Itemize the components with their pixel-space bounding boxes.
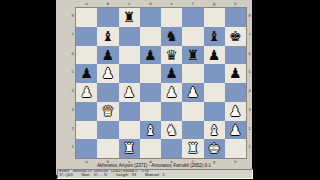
white-pawn[interactable]: ♟ — [182, 83, 203, 102]
square-c1[interactable]: ♜ — [119, 139, 140, 158]
square-a2[interactable] — [76, 121, 97, 140]
white-pawn[interactable]: ♟ — [76, 83, 97, 102]
square-g8[interactable] — [204, 8, 225, 27]
black-king[interactable]: ♚ — [225, 27, 246, 46]
white-pawn[interactable]: ♟ — [225, 102, 246, 121]
white-pawn[interactable]: ♟ — [225, 121, 246, 140]
square-d5[interactable] — [140, 64, 161, 83]
black-player-rating: (2652) — [190, 163, 203, 168]
rank-label-3: 3 — [247, 101, 252, 120]
square-f2[interactable] — [182, 121, 203, 140]
square-c2[interactable] — [119, 121, 140, 140]
players-separator: - — [149, 163, 151, 168]
rank-label-6: 6 — [247, 45, 252, 64]
black-queen[interactable]: ♛ — [161, 46, 182, 65]
black-rook[interactable]: ♜ — [119, 8, 140, 27]
black-knight[interactable]: ♞ — [161, 27, 182, 46]
rank-label-8: 8 — [247, 7, 252, 26]
material-label: Material: — [145, 174, 160, 178]
white-player-rating: (2371) — [134, 163, 147, 168]
video-frame: abcdefgh 87654321 ♜♝♞♝♚♟♟♛♜♟♟♟♟♟♟♟♟♟♛♟♝♞… — [0, 0, 320, 180]
square-e8[interactable] — [161, 8, 182, 27]
square-d4[interactable] — [140, 83, 161, 102]
letterbox-right — [252, 0, 320, 180]
white-pawn[interactable]: ♟ — [97, 64, 118, 83]
black-pawn[interactable]: ♟ — [97, 46, 118, 65]
square-e5[interactable]: ♟ — [161, 64, 182, 83]
square-b3[interactable]: ♛ — [97, 102, 118, 121]
square-c6[interactable] — [119, 46, 140, 65]
square-f3[interactable] — [182, 102, 203, 121]
square-e1[interactable] — [161, 139, 182, 158]
square-e6[interactable]: ♛ — [161, 46, 182, 65]
square-g6[interactable]: ♟ — [204, 46, 225, 65]
rank-label-5: 5 — [247, 63, 252, 82]
square-g1[interactable]: ♚ — [204, 139, 225, 158]
square-e7[interactable]: ♞ — [161, 27, 182, 46]
square-g4[interactable] — [204, 83, 225, 102]
black-player-name: Amonatov, Farrukh — [151, 163, 189, 168]
white-bishop[interactable]: ♝ — [204, 121, 225, 140]
square-g5[interactable] — [204, 64, 225, 83]
square-g2[interactable]: ♝ — [204, 121, 225, 140]
black-bishop[interactable]: ♝ — [204, 27, 225, 46]
square-a6[interactable] — [76, 46, 97, 65]
black-pawn[interactable]: ♟ — [225, 64, 246, 83]
white-bishop[interactable]: ♝ — [140, 121, 161, 140]
square-b5[interactable]: ♟ — [97, 64, 118, 83]
square-c3[interactable] — [119, 102, 140, 121]
black-bishop[interactable]: ♝ — [97, 27, 118, 46]
white-rook[interactable]: ♜ — [119, 139, 140, 158]
square-f8[interactable] — [182, 8, 203, 27]
square-e4[interactable]: ♟ — [161, 83, 182, 102]
square-h5[interactable]: ♟ — [225, 64, 246, 83]
square-a3[interactable] — [76, 102, 97, 121]
square-h8[interactable] — [225, 8, 246, 27]
players-header: Akhmetov, Artyom (2371) - Amonatov, Farr… — [56, 163, 252, 168]
game-info-box: Event: Moscow-ch, Moscow (2002) Round 2:… — [57, 169, 253, 179]
square-d7[interactable] — [140, 27, 161, 46]
next-label: Next: — [82, 174, 91, 178]
white-pawn[interactable]: ♟ — [119, 83, 140, 102]
length-label: Length: — [116, 174, 129, 178]
square-b2[interactable] — [97, 121, 118, 140]
black-pawn[interactable]: ♟ — [204, 46, 225, 65]
white-queen[interactable]: ♛ — [97, 102, 118, 121]
square-c4[interactable]: ♟ — [119, 83, 140, 102]
square-e3[interactable] — [161, 102, 182, 121]
square-h2[interactable]: ♟ — [225, 121, 246, 140]
square-b8[interactable] — [97, 8, 118, 27]
square-c5[interactable] — [119, 64, 140, 83]
square-a4[interactable]: ♟ — [76, 83, 97, 102]
letterbox-left — [0, 0, 56, 180]
white-pawn[interactable]: ♟ — [161, 83, 182, 102]
square-h1[interactable] — [225, 139, 246, 158]
square-f7[interactable] — [182, 27, 203, 46]
square-b1[interactable] — [97, 139, 118, 158]
square-h4[interactable] — [225, 83, 246, 102]
square-c7[interactable] — [119, 27, 140, 46]
square-a7[interactable] — [76, 27, 97, 46]
square-h6[interactable] — [225, 46, 246, 65]
next-move: 37. ... f5 — [93, 174, 107, 178]
rank-label-2: 2 — [247, 120, 252, 139]
rank-label-4: 4 — [247, 82, 252, 101]
square-b7[interactable]: ♝ — [97, 27, 118, 46]
rank-label-1: 1 — [247, 138, 252, 157]
white-rook[interactable]: ♜ — [182, 139, 203, 158]
square-e2[interactable]: ♞ — [161, 121, 182, 140]
last-move: 37. Qb3 — [59, 174, 73, 178]
chess-app-window: abcdefgh 87654321 ♜♝♞♝♚♟♟♛♜♟♟♟♟♟♟♟♟♟♛♟♝♞… — [56, 0, 252, 175]
square-h7[interactable]: ♚ — [225, 27, 246, 46]
square-a5[interactable]: ♟ — [76, 64, 97, 83]
square-a8[interactable] — [76, 8, 97, 27]
square-f5[interactable] — [182, 64, 203, 83]
square-d2[interactable]: ♝ — [140, 121, 161, 140]
square-h3[interactable]: ♟ — [225, 102, 246, 121]
chess-board-area: abcdefgh 87654321 ♜♝♞♝♚♟♟♛♜♟♟♟♟♟♟♟♟♟♛♟♝♞… — [70, 1, 252, 165]
black-pawn[interactable]: ♟ — [140, 46, 161, 65]
square-c8[interactable]: ♜ — [119, 8, 140, 27]
length-value: 93 — [132, 174, 136, 178]
black-pawn[interactable]: ♟ — [76, 64, 97, 83]
black-pawn[interactable]: ♟ — [161, 64, 182, 83]
square-d8[interactable] — [140, 8, 161, 27]
square-f6[interactable]: ♜ — [182, 46, 203, 65]
square-g3[interactable] — [204, 102, 225, 121]
moves-line: 37. Qb3 Next: 37. ... f5 Length: 93 Mate… — [59, 174, 251, 178]
square-g7[interactable]: ♝ — [204, 27, 225, 46]
rank-labels-right: 87654321 — [247, 7, 252, 159]
black-rook[interactable]: ♜ — [182, 46, 203, 65]
material-value: 1 — [163, 174, 165, 178]
white-knight[interactable]: ♞ — [161, 121, 182, 140]
white-player-name: Akhmetov, Artyom — [97, 163, 133, 168]
square-d1[interactable] — [140, 139, 161, 158]
square-a1[interactable] — [76, 139, 97, 158]
white-king[interactable]: ♚ — [204, 139, 225, 158]
square-d6[interactable]: ♟ — [140, 46, 161, 65]
chess-board[interactable]: ♜♝♞♝♚♟♟♛♜♟♟♟♟♟♟♟♟♟♛♟♝♞♝♟♜♜♚ — [75, 7, 247, 159]
square-d3[interactable] — [140, 102, 161, 121]
rank-label-7: 7 — [247, 26, 252, 45]
game-result: 0-1 — [205, 163, 212, 168]
square-b6[interactable]: ♟ — [97, 46, 118, 65]
square-f1[interactable]: ♜ — [182, 139, 203, 158]
square-f4[interactable]: ♟ — [182, 83, 203, 102]
square-b4[interactable] — [97, 83, 118, 102]
